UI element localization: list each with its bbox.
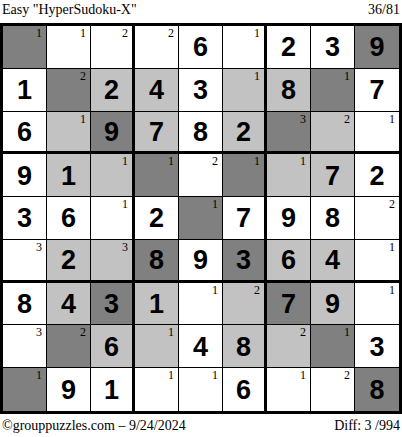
given-digit: 9: [369, 34, 384, 61]
cell-r8c8[interactable]: 1: [311, 325, 355, 368]
cell-r8c7[interactable]: 2: [267, 325, 311, 368]
pencil-mark: 1: [212, 368, 218, 382]
given-digit: 8: [281, 77, 296, 104]
pencil-mark: 2: [122, 26, 128, 40]
given-digit: 8: [17, 291, 32, 318]
given-digit: 1: [17, 77, 32, 104]
cell-r9c3[interactable]: 1: [91, 368, 135, 411]
given-digit: 4: [61, 291, 76, 318]
pencil-mark: 1: [389, 283, 395, 297]
pencil-mark: 2: [344, 368, 350, 382]
cell-r7c5[interactable]: 1: [179, 283, 223, 326]
pencil-mark: 1: [389, 112, 395, 126]
given-digit: 1: [104, 377, 119, 404]
cell-r5c7[interactable]: 9: [267, 197, 311, 240]
given-digit: 7: [369, 77, 384, 104]
cell-r9c8[interactable]: 2: [311, 368, 355, 411]
cell-r5c4[interactable]: 2: [135, 197, 179, 240]
pencil-mark: 2: [300, 325, 306, 339]
cell-r2c3[interactable]: 2: [91, 69, 135, 112]
cell-r8c6[interactable]: 8: [223, 325, 267, 368]
puzzle-page: Easy "HyperSudoku-X" 36/81 1122612391224…: [0, 0, 402, 437]
cell-r6c7[interactable]: 6: [267, 240, 311, 283]
cell-r6c9[interactable]: 1: [355, 240, 399, 283]
given-digit: 9: [325, 291, 340, 318]
given-digit: 6: [104, 334, 119, 361]
pencil-mark: 1: [212, 283, 218, 297]
pencil-mark: 1: [300, 154, 306, 168]
cell-r4c7[interactable]: 1: [267, 154, 311, 197]
cell-r3c5[interactable]: 8: [179, 112, 223, 155]
cell-r4c8[interactable]: 7: [311, 154, 355, 197]
given-digit: 1: [61, 163, 76, 190]
cell-r6c6[interactable]: 3: [223, 240, 267, 283]
pencil-mark: 2: [212, 154, 218, 168]
cell-r4c6[interactable]: 1: [223, 154, 267, 197]
pencil-mark: 1: [254, 26, 260, 40]
pencil-mark: 2: [389, 197, 395, 211]
given-digit: 9: [61, 377, 76, 404]
cell-r2c9[interactable]: 7: [355, 69, 399, 112]
cell-r5c1[interactable]: 3: [3, 197, 47, 240]
cell-r8c9[interactable]: 3: [355, 325, 399, 368]
pencil-mark: 2: [254, 283, 260, 297]
pencil-mark: 1: [122, 154, 128, 168]
cell-r9c1[interactable]: 1: [3, 368, 47, 411]
sudoku-board: 1122612391224318176197823219111211723612…: [0, 23, 402, 414]
given-digit: 7: [281, 291, 296, 318]
cell-r8c2[interactable]: 2: [47, 325, 91, 368]
pencil-mark: 2: [80, 325, 86, 339]
cell-r6c3[interactable]: 3: [91, 240, 135, 283]
cell-r9c2[interactable]: 9: [47, 368, 91, 411]
given-digit: 9: [193, 247, 208, 274]
cell-r3c8[interactable]: 2: [311, 112, 355, 155]
given-digit: 2: [281, 34, 296, 61]
cell-r5c5[interactable]: 1: [179, 197, 223, 240]
cell-r1c7[interactable]: 2: [267, 26, 311, 69]
cell-r9c6[interactable]: 6: [223, 368, 267, 411]
cell-r3c7[interactable]: 3: [267, 112, 311, 155]
pencil-mark: 1: [254, 154, 260, 168]
cell-r1c4[interactable]: 2: [135, 26, 179, 69]
given-digit: 4: [149, 77, 164, 104]
pencil-mark: 3: [300, 112, 306, 126]
given-digit: 8: [193, 119, 208, 146]
given-digit: 2: [61, 247, 76, 274]
pencil-mark: 1: [168, 154, 174, 168]
cell-r9c7[interactable]: 1: [267, 368, 311, 411]
given-digit: 7: [325, 163, 340, 190]
cell-r7c1[interactable]: 8: [3, 283, 47, 326]
pencil-mark: 1: [168, 325, 174, 339]
cell-r6c5[interactable]: 9: [179, 240, 223, 283]
cell-r2c5[interactable]: 3: [179, 69, 223, 112]
cell-r7c4[interactable]: 1: [135, 283, 179, 326]
cell-r9c4[interactable]: 1: [135, 368, 179, 411]
cell-r1c6[interactable]: 1: [223, 26, 267, 69]
pencil-mark: 1: [254, 69, 260, 83]
cell-r3c1[interactable]: 6: [3, 112, 47, 155]
cell-r3c3[interactable]: 9: [91, 112, 135, 155]
pencil-mark: 2: [168, 26, 174, 40]
pencil-mark: 1: [36, 26, 42, 40]
cell-r7c2[interactable]: 4: [47, 283, 91, 326]
given-digit: 7: [149, 119, 164, 146]
pencil-mark: 1: [344, 69, 350, 83]
copyright-credit: ©grouppuzzles.com – 9/24/2024: [2, 418, 186, 434]
given-digit: 3: [104, 291, 119, 318]
pencil-mark: 1: [300, 368, 306, 382]
cell-r3c2[interactable]: 1: [47, 112, 91, 155]
cell-r8c1[interactable]: 3: [3, 325, 47, 368]
footer: ©grouppuzzles.com – 9/24/2024 Diff: 3 /9…: [0, 414, 402, 437]
cell-r5c6[interactable]: 7: [223, 197, 267, 240]
given-digit: 3: [236, 247, 251, 274]
cell-r8c4[interactable]: 1: [135, 325, 179, 368]
cell-r6c4[interactable]: 8: [135, 240, 179, 283]
cell-r9c9[interactable]: 8: [355, 368, 399, 411]
cell-r2c4[interactable]: 4: [135, 69, 179, 112]
pencil-mark: 1: [36, 368, 42, 382]
cell-r4c9[interactable]: 2: [355, 154, 399, 197]
given-digit: 3: [193, 77, 208, 104]
given-digit: 6: [236, 377, 251, 404]
pencil-mark: 1: [168, 368, 174, 382]
pencil-mark: 1: [389, 240, 395, 254]
pencil-mark: 1: [80, 26, 86, 40]
cell-r5c9[interactable]: 2: [355, 197, 399, 240]
given-digit: 4: [193, 334, 208, 361]
cell-r7c6[interactable]: 2: [223, 283, 267, 326]
cell-r1c1[interactable]: 1: [3, 26, 47, 69]
given-digit: 8: [236, 334, 251, 361]
cell-r2c2[interactable]: 2: [47, 69, 91, 112]
given-digit: 6: [281, 247, 296, 274]
given-digit: 8: [149, 247, 164, 274]
given-digit: 7: [236, 205, 251, 232]
cell-r2c6[interactable]: 1: [223, 69, 267, 112]
pencil-mark: 1: [80, 112, 86, 126]
cell-r6c1[interactable]: 3: [3, 240, 47, 283]
cell-r2c8[interactable]: 1: [311, 69, 355, 112]
given-digit: 2: [149, 205, 164, 232]
header: Easy "HyperSudoku-X" 36/81: [0, 0, 402, 23]
pencil-mark: 1: [212, 197, 218, 211]
cell-r3c9[interactable]: 1: [355, 112, 399, 155]
cell-r7c9[interactable]: 1: [355, 283, 399, 326]
cell-r4c3[interactable]: 1: [91, 154, 135, 197]
cell-r2c1[interactable]: 1: [3, 69, 47, 112]
pencil-mark: 3: [122, 240, 128, 254]
given-digit: 8: [369, 377, 384, 404]
cell-r8c5[interactable]: 4: [179, 325, 223, 368]
cell-r6c2[interactable]: 2: [47, 240, 91, 283]
progress-counter: 36/81: [368, 2, 400, 18]
cell-r7c7[interactable]: 7: [267, 283, 311, 326]
cell-r9c5[interactable]: 1: [179, 368, 223, 411]
pencil-mark: 3: [36, 240, 42, 254]
cell-r4c2[interactable]: 1: [47, 154, 91, 197]
given-digit: 2: [236, 119, 251, 146]
cell-r1c9[interactable]: 9: [355, 26, 399, 69]
cell-r7c8[interactable]: 9: [311, 283, 355, 326]
cell-r6c8[interactable]: 4: [311, 240, 355, 283]
cell-r1c5[interactable]: 6: [179, 26, 223, 69]
pencil-mark: 2: [344, 112, 350, 126]
given-digit: 4: [325, 247, 340, 274]
cell-r5c2[interactable]: 6: [47, 197, 91, 240]
given-digit: 3: [17, 205, 32, 232]
cell-r3c4[interactable]: 7: [135, 112, 179, 155]
given-digit: 3: [325, 34, 340, 61]
cell-r1c2[interactable]: 1: [47, 26, 91, 69]
cell-r5c3[interactable]: 1: [91, 197, 135, 240]
cell-r4c1[interactable]: 9: [3, 154, 47, 197]
cell-r5c8[interactable]: 8: [311, 197, 355, 240]
pencil-mark: 2: [80, 69, 86, 83]
cell-r7c3[interactable]: 3: [91, 283, 135, 326]
given-digit: 9: [17, 163, 32, 190]
given-digit: 6: [61, 205, 76, 232]
cell-r8c3[interactable]: 6: [91, 325, 135, 368]
given-digit: 9: [104, 119, 119, 146]
given-digit: 8: [325, 205, 340, 232]
given-digit: 3: [369, 334, 384, 361]
pencil-mark: 3: [36, 325, 42, 339]
page-title: Easy "HyperSudoku-X": [2, 2, 137, 18]
cell-r3c6[interactable]: 2: [223, 112, 267, 155]
cell-r1c8[interactable]: 3: [311, 26, 355, 69]
pencil-mark: 1: [122, 197, 128, 211]
given-digit: 6: [193, 34, 208, 61]
cell-r4c4[interactable]: 1: [135, 154, 179, 197]
given-digit: 1: [149, 291, 164, 318]
difficulty-label: Diff: 3 /994: [334, 418, 400, 434]
given-digit: 2: [104, 77, 119, 104]
pencil-mark: 1: [344, 325, 350, 339]
cell-r2c7[interactable]: 8: [267, 69, 311, 112]
given-digit: 2: [369, 163, 384, 190]
given-digit: 9: [281, 205, 296, 232]
given-digit: 6: [17, 119, 32, 146]
cell-r1c3[interactable]: 2: [91, 26, 135, 69]
cell-r4c5[interactable]: 2: [179, 154, 223, 197]
